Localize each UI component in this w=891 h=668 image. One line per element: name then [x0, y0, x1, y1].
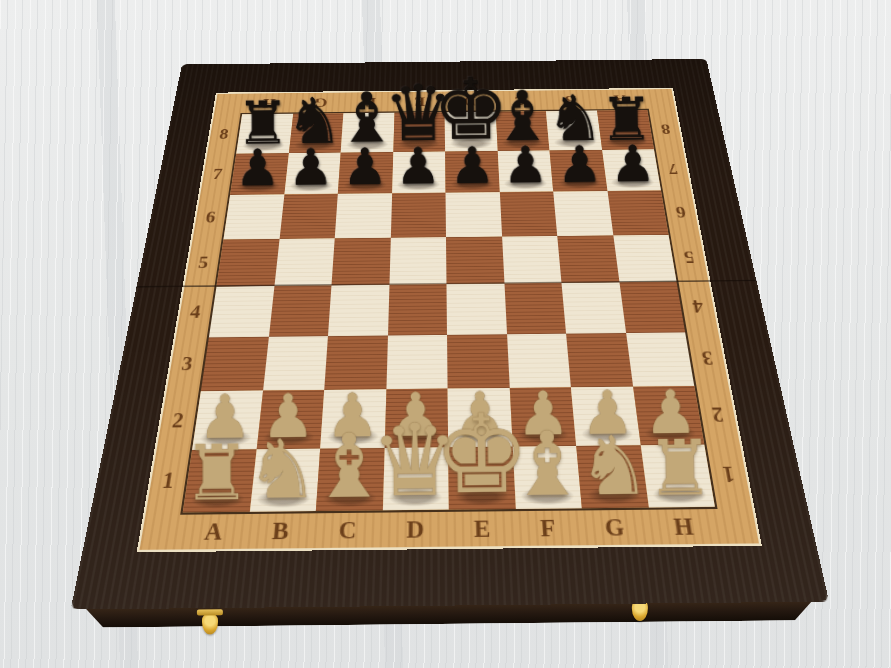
piece-black-pawn-c7[interactable]: ♟ [342, 145, 388, 191]
square-h6[interactable] [607, 190, 668, 235]
square-h7[interactable]: ♟ [602, 149, 661, 191]
square-b5[interactable] [274, 238, 335, 286]
rank-label-right-1: 1 [721, 464, 736, 486]
board-scene: HGFEDCBA ABCDEFGH 87654321 87654321 ♜♞♝♛… [0, 0, 891, 668]
file-label-top-B: B [564, 94, 576, 106]
square-h4[interactable] [619, 282, 685, 333]
file-label-bottom-H: H [672, 514, 695, 539]
file-label-bottom-C: C [338, 518, 357, 543]
file-labels-bottom: ABCDEFGH [177, 510, 720, 548]
file-label-bottom-G: G [604, 515, 626, 540]
piece-black-pawn-e7[interactable]: ♟ [449, 144, 495, 190]
rank-label-right-6: 6 [675, 204, 687, 219]
piece-black-pawn-d7[interactable]: ♟ [396, 145, 442, 191]
rank-label-left-6: 6 [205, 209, 217, 224]
rank-label-right-7: 7 [667, 162, 679, 176]
piece-black-pawn-f7[interactable]: ♟ [503, 143, 549, 189]
square-f4[interactable] [504, 283, 566, 334]
square-d5[interactable] [389, 237, 446, 285]
square-f1[interactable]: ♝ [512, 445, 582, 508]
square-a4[interactable] [209, 286, 274, 337]
rank-label-left-4: 4 [189, 303, 202, 321]
square-b6[interactable] [279, 194, 338, 239]
file-label-bottom-F: F [539, 516, 556, 541]
square-f6[interactable] [499, 192, 557, 237]
square-f5[interactable] [502, 236, 562, 284]
square-c6[interactable] [335, 193, 392, 238]
file-label-top-D: D [464, 95, 476, 107]
file-label-top-A: A [613, 93, 627, 105]
brass-clasp-left [202, 613, 218, 634]
square-b7[interactable]: ♟ [284, 152, 341, 194]
table-surface: HGFEDCBA ABCDEFGH 87654321 87654321 ♜♞♝♛… [0, 0, 891, 668]
piece-black-pawn-b7[interactable]: ♟ [288, 146, 333, 192]
file-label-top-H: H [262, 97, 276, 109]
square-e6[interactable] [446, 192, 502, 237]
rank-label-left-7: 7 [212, 167, 224, 182]
rank-label-right-3: 3 [701, 349, 715, 368]
file-label-top-G: G [314, 96, 328, 108]
rank-label-left-2: 2 [171, 410, 185, 430]
board-squares: ♜♞♝♛♚♝♞♜♟♟♟♟♟♟♟♟♟♟♟♟♟♟♟♟♜♞♝♛♚♝♞♜ [180, 109, 717, 515]
rank-label-right-8: 8 [660, 122, 671, 136]
square-c7[interactable]: ♟ [338, 152, 393, 194]
file-label-bottom-B: B [271, 519, 290, 544]
piece-black-pawn-a7[interactable]: ♟ [235, 146, 280, 192]
rank-label-right-2: 2 [710, 404, 725, 424]
square-a7[interactable]: ♟ [230, 153, 288, 195]
piece-white-bishop-f1[interactable]: ♝ [508, 424, 588, 504]
square-c5[interactable] [331, 237, 390, 285]
square-b4[interactable] [268, 285, 331, 336]
screenshot-root: { "game": "chess", "scene": "Overhead ph… [0, 0, 891, 668]
square-a6[interactable] [224, 194, 284, 239]
square-d1[interactable]: ♛ [382, 447, 449, 510]
square-c4[interactable] [328, 285, 389, 336]
square-h5[interactable] [613, 234, 677, 282]
square-e5[interactable] [446, 236, 504, 284]
square-g6[interactable] [553, 191, 613, 236]
rank-label-left-5: 5 [197, 254, 209, 271]
file-label-top-C: C [514, 94, 527, 106]
square-h1[interactable]: ♜ [640, 444, 715, 507]
board-coordinate-border: HGFEDCBA ABCDEFGH 87654321 87654321 ♜♞♝♛… [137, 88, 762, 552]
square-d7[interactable]: ♟ [392, 151, 446, 193]
rank-label-right-4: 4 [691, 297, 704, 315]
piece-black-pawn-g7[interactable]: ♟ [557, 143, 603, 189]
square-d6[interactable] [390, 193, 446, 238]
rank-label-left-3: 3 [180, 354, 194, 373]
square-e7[interactable]: ♟ [445, 151, 499, 193]
square-a1[interactable]: ♜ [183, 449, 256, 513]
rank-label-left-1: 1 [161, 470, 176, 492]
file-label-bottom-A: A [203, 519, 224, 544]
rank-label-left-8: 8 [218, 127, 229, 141]
square-e4[interactable] [446, 283, 506, 334]
square-f7[interactable]: ♟ [497, 150, 553, 192]
rank-label-right-5: 5 [683, 249, 696, 265]
piece-white-queen-d1[interactable]: ♛ [370, 415, 460, 506]
square-g7[interactable]: ♟ [549, 150, 607, 192]
file-label-bottom-E: E [474, 517, 491, 542]
piece-white-knight-b1[interactable]: ♞ [247, 433, 320, 507]
square-a5[interactable] [216, 239, 279, 287]
square-d4[interactable] [387, 284, 447, 335]
square-g5[interactable] [557, 235, 619, 283]
chess-board: HGFEDCBA ABCDEFGH 87654321 87654321 ♜♞♝♛… [71, 59, 829, 610]
square-g4[interactable] [561, 282, 625, 333]
piece-black-pawn-h7[interactable]: ♟ [610, 142, 656, 188]
piece-white-rook-a1[interactable]: ♜ [183, 438, 251, 508]
piece-white-rook-h1[interactable]: ♜ [646, 433, 715, 503]
file-label-top-F: F [365, 96, 376, 108]
file-label-bottom-D: D [406, 517, 424, 542]
file-label-top-E: E [414, 95, 425, 107]
piece-white-knight-g1[interactable]: ♞ [577, 430, 651, 504]
